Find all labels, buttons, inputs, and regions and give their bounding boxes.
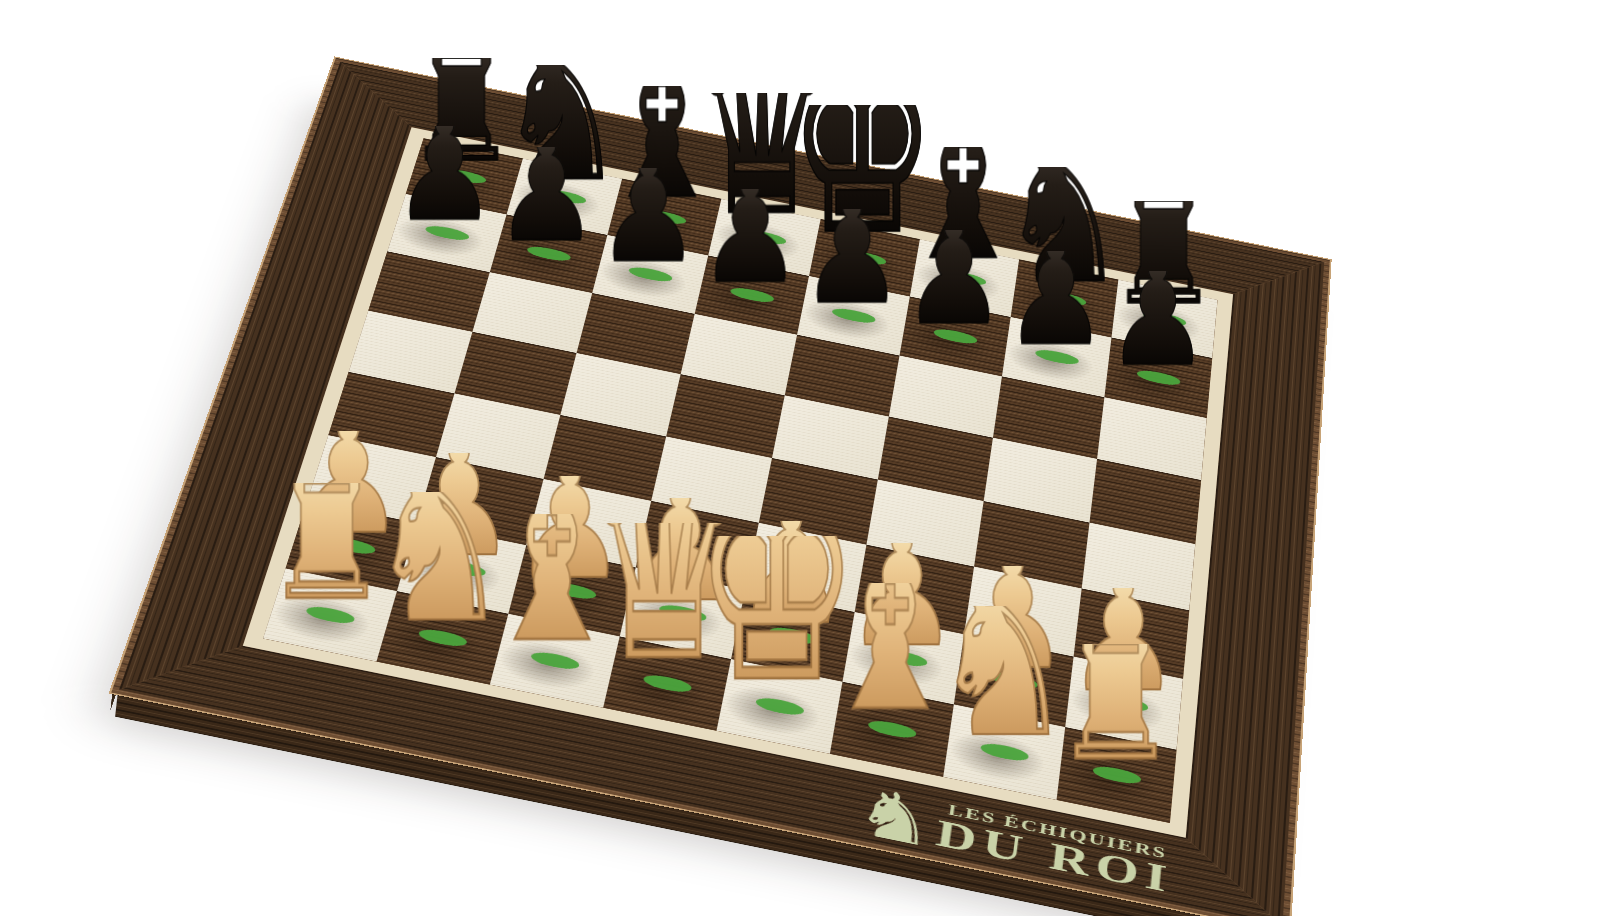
knight-glyph: ♞ xyxy=(931,555,1074,766)
piece-glyph-stand: ♟ xyxy=(800,209,904,325)
piece-glyph-stand: ♞ xyxy=(931,606,1074,766)
piece-glyph-stand: ♟ xyxy=(1004,251,1108,367)
king-glyph: ♚ xyxy=(693,433,860,722)
piece-glyph-stand: ♟ xyxy=(393,126,497,242)
piece-black-pawn-d7[interactable]: ♟ xyxy=(695,255,809,334)
product-photo-canvas: ♜♞♝♛♚♝♞♜♟♟♟♟♟♟♟♟♟♟♟♟♟♟♟♟♜♞♝♛♚♝♞♜ ♞ LES É… xyxy=(0,0,1600,916)
piece-black-pawn-c7[interactable]: ♟ xyxy=(592,235,708,314)
piece-black-pawn-e7[interactable]: ♟ xyxy=(797,276,910,356)
pawn-glyph: ♟ xyxy=(597,139,701,283)
piece-glyph-stand: ♟ xyxy=(1106,271,1210,387)
piece-glyph-stand: ♟ xyxy=(902,230,1006,346)
pawn-glyph: ♟ xyxy=(800,180,904,324)
piece-glyph-stand: ♚ xyxy=(693,536,860,723)
board-rotation-wrapper: ♜♞♝♛♚♝♞♜♟♟♟♟♟♟♟♟♟♟♟♟♟♟♟♟♜♞♝♛♚♝♞♜ ♞ LES É… xyxy=(123,0,1420,916)
pawn-glyph: ♟ xyxy=(1004,222,1108,366)
chessboard: ♜♞♝♛♚♝♞♜♟♟♟♟♟♟♟♟♟♟♟♟♟♟♟♟♜♞♝♛♚♝♞♜ ♞ LES É… xyxy=(111,58,1330,916)
piece-glyph-stand: ♟ xyxy=(699,188,803,304)
piece-black-pawn-h7[interactable]: ♟ xyxy=(1104,338,1212,419)
pawn-glyph: ♟ xyxy=(495,118,599,262)
piece-glyph-stand: ♟ xyxy=(495,147,599,263)
piece-black-pawn-b7[interactable]: ♟ xyxy=(490,214,608,293)
perspective-wrapper: ♜♞♝♛♚♝♞♜♟♟♟♟♟♟♟♟♟♟♟♟♟♟♟♟♜♞♝♛♚♝♞♜ ♞ LES É… xyxy=(123,0,1420,916)
piece-black-pawn-g7[interactable]: ♟ xyxy=(1002,317,1112,397)
pawn-glyph: ♟ xyxy=(902,201,1006,345)
pawn-glyph: ♟ xyxy=(699,160,803,304)
piece-black-pawn-f7[interactable]: ♟ xyxy=(900,296,1011,376)
piece-glyph-stand: ♟ xyxy=(597,168,701,284)
pieces-layer: ♜♞♝♛♚♝♞♜♟♟♟♟♟♟♟♟♟♟♟♟♟♟♟♟♜♞♝♛♚♝♞♜ xyxy=(263,138,1218,823)
pawn-glyph: ♟ xyxy=(1106,242,1210,386)
piece-black-pawn-a7[interactable]: ♟ xyxy=(387,194,506,272)
pawn-glyph: ♟ xyxy=(393,97,497,241)
